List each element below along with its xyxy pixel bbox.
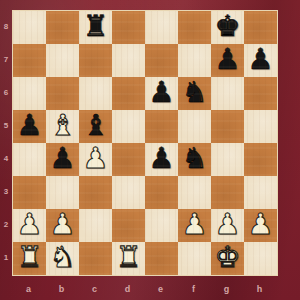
square-f8[interactable]: [178, 11, 211, 44]
square-h4[interactable]: [244, 143, 277, 176]
square-d1[interactable]: ♜: [112, 242, 145, 275]
square-h1[interactable]: [244, 242, 277, 275]
square-f5[interactable]: [178, 110, 211, 143]
square-a8[interactable]: [13, 11, 46, 44]
square-a5[interactable]: ♟: [13, 110, 46, 143]
square-c3[interactable]: [79, 176, 112, 209]
file-label-g: g: [210, 277, 243, 300]
black-pawn: ♟: [248, 45, 274, 74]
square-g3[interactable]: [211, 176, 244, 209]
square-h5[interactable]: [244, 110, 277, 143]
rank-label-2: 2: [0, 208, 12, 241]
square-g2[interactable]: ♟: [211, 209, 244, 242]
black-pawn: ♟: [149, 144, 175, 173]
rank-label-7: 7: [0, 43, 12, 76]
square-h3[interactable]: [244, 176, 277, 209]
square-e3[interactable]: [145, 176, 178, 209]
file-label-h: h: [243, 277, 276, 300]
rank-label-6: 6: [0, 76, 12, 109]
square-d2[interactable]: [112, 209, 145, 242]
square-g8[interactable]: ♚: [211, 11, 244, 44]
square-c7[interactable]: [79, 44, 112, 77]
square-b8[interactable]: [46, 11, 79, 44]
square-e8[interactable]: [145, 11, 178, 44]
chess-diagram-frame: 87654321 abcdefgh ♜♚♟♟♟♞♟♝♝♟♟♟♞♟♟♟♟♟♜♞♜♚: [0, 0, 300, 300]
square-h6[interactable]: [244, 77, 277, 110]
square-c2[interactable]: [79, 209, 112, 242]
square-a2[interactable]: ♟: [13, 209, 46, 242]
square-a4[interactable]: [13, 143, 46, 176]
square-b7[interactable]: [46, 44, 79, 77]
square-g1[interactable]: ♚: [211, 242, 244, 275]
rank-label-3: 3: [0, 175, 12, 208]
square-f2[interactable]: ♟: [178, 209, 211, 242]
rank-label-1: 1: [0, 241, 12, 274]
square-g6[interactable]: [211, 77, 244, 110]
square-e5[interactable]: [145, 110, 178, 143]
square-d8[interactable]: [112, 11, 145, 44]
black-knight: ♞: [182, 144, 208, 173]
square-d6[interactable]: [112, 77, 145, 110]
square-a7[interactable]: [13, 44, 46, 77]
square-c8[interactable]: ♜: [79, 11, 112, 44]
white-bishop: ♝: [50, 111, 76, 140]
square-h8[interactable]: [244, 11, 277, 44]
black-pawn: ♟: [50, 144, 76, 173]
white-pawn: ♟: [248, 210, 274, 239]
square-c6[interactable]: [79, 77, 112, 110]
black-pawn: ♟: [215, 45, 241, 74]
square-a3[interactable]: [13, 176, 46, 209]
square-f4[interactable]: ♞: [178, 143, 211, 176]
square-c1[interactable]: [79, 242, 112, 275]
square-c5[interactable]: ♝: [79, 110, 112, 143]
file-label-b: b: [45, 277, 78, 300]
square-d3[interactable]: [112, 176, 145, 209]
white-pawn: ♟: [17, 210, 43, 239]
square-b2[interactable]: ♟: [46, 209, 79, 242]
rank-label-8: 8: [0, 10, 12, 43]
square-g4[interactable]: [211, 143, 244, 176]
square-g5[interactable]: [211, 110, 244, 143]
square-b5[interactable]: ♝: [46, 110, 79, 143]
square-e6[interactable]: ♟: [145, 77, 178, 110]
square-b3[interactable]: [46, 176, 79, 209]
black-king: ♚: [215, 12, 241, 41]
file-label-c: c: [78, 277, 111, 300]
white-rook: ♜: [17, 243, 43, 272]
square-g7[interactable]: ♟: [211, 44, 244, 77]
white-pawn: ♟: [83, 144, 109, 173]
white-king: ♚: [215, 243, 241, 272]
square-b1[interactable]: ♞: [46, 242, 79, 275]
square-f3[interactable]: [178, 176, 211, 209]
white-rook: ♜: [116, 243, 142, 272]
square-e7[interactable]: [145, 44, 178, 77]
black-bishop: ♝: [83, 111, 109, 140]
square-e4[interactable]: ♟: [145, 143, 178, 176]
black-rook: ♜: [83, 12, 109, 41]
square-d4[interactable]: [112, 143, 145, 176]
square-d5[interactable]: [112, 110, 145, 143]
black-pawn: ♟: [149, 78, 175, 107]
square-a1[interactable]: ♜: [13, 242, 46, 275]
white-pawn: ♟: [215, 210, 241, 239]
file-label-f: f: [177, 277, 210, 300]
white-knight: ♞: [50, 243, 76, 272]
square-b4[interactable]: ♟: [46, 143, 79, 176]
square-e1[interactable]: [145, 242, 178, 275]
white-pawn: ♟: [50, 210, 76, 239]
rank-label-5: 5: [0, 109, 12, 142]
file-label-a: a: [12, 277, 45, 300]
square-e2[interactable]: [145, 209, 178, 242]
square-b6[interactable]: [46, 77, 79, 110]
black-pawn: ♟: [17, 111, 43, 140]
square-f6[interactable]: ♞: [178, 77, 211, 110]
square-c4[interactable]: ♟: [79, 143, 112, 176]
rank-label-4: 4: [0, 142, 12, 175]
square-d7[interactable]: [112, 44, 145, 77]
square-h7[interactable]: ♟: [244, 44, 277, 77]
file-label-e: e: [144, 277, 177, 300]
file-label-d: d: [111, 277, 144, 300]
white-pawn: ♟: [182, 210, 208, 239]
square-f7[interactable]: [178, 44, 211, 77]
black-knight: ♞: [182, 78, 208, 107]
square-h2[interactable]: ♟: [244, 209, 277, 242]
square-f1[interactable]: [178, 242, 211, 275]
chess-board: ♜♚♟♟♟♞♟♝♝♟♟♟♞♟♟♟♟♟♜♞♜♚: [12, 10, 278, 276]
square-a6[interactable]: [13, 77, 46, 110]
